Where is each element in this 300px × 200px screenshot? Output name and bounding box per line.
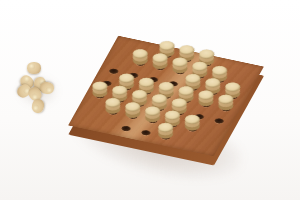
hole-r5c7[interactable] xyxy=(213,117,224,123)
captured-peg xyxy=(27,62,41,74)
cell-r7c7 xyxy=(192,137,219,153)
hole-r3c1[interactable] xyxy=(108,68,119,74)
captured-peg xyxy=(31,98,46,114)
hole-r7c3[interactable] xyxy=(120,125,131,131)
photo-scene xyxy=(0,0,300,200)
hole-r7c4[interactable] xyxy=(140,129,151,135)
